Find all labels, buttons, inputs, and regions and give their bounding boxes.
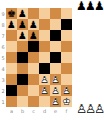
square-c9[interactable] xyxy=(28,8,39,19)
square-a9[interactable]: ♚ xyxy=(6,8,17,19)
square-c6[interactable] xyxy=(28,41,39,52)
captured-black-pawn-icon: ♟ xyxy=(94,0,103,13)
square-a6[interactable] xyxy=(6,41,17,52)
square-b2[interactable] xyxy=(17,85,28,96)
square-c8[interactable]: ♟ xyxy=(28,19,39,30)
square-c1[interactable] xyxy=(28,96,39,107)
white-pawn[interactable]: ♙ xyxy=(39,85,50,96)
square-d1[interactable] xyxy=(39,96,50,107)
square-d8[interactable] xyxy=(39,19,50,30)
captured-white-pawn-icon: ♙ xyxy=(76,103,85,116)
white-pawn[interactable]: ♙ xyxy=(50,74,61,85)
square-d4[interactable] xyxy=(39,63,50,74)
square-b8[interactable]: ♟ xyxy=(17,19,28,30)
black-pawn[interactable]: ♟ xyxy=(28,19,39,30)
square-a8[interactable]: ♟ xyxy=(6,19,17,30)
square-f6[interactable] xyxy=(61,41,72,52)
square-d5[interactable] xyxy=(39,52,50,63)
file-label-e: e xyxy=(50,108,61,114)
square-b1[interactable] xyxy=(17,96,28,107)
file-label-a: a xyxy=(6,108,17,114)
square-c3[interactable] xyxy=(28,74,39,85)
black-pawn[interactable]: ♟ xyxy=(6,19,17,30)
square-e9[interactable] xyxy=(50,8,61,19)
captured-white-pawn-icon: ♙ xyxy=(85,103,94,116)
square-b5[interactable] xyxy=(17,52,28,63)
square-f7[interactable] xyxy=(61,30,72,41)
square-a7[interactable] xyxy=(6,30,17,41)
white-pawn[interactable]: ♙ xyxy=(61,85,72,96)
black-pawn[interactable]: ♟ xyxy=(28,30,39,41)
square-f5[interactable] xyxy=(61,52,72,63)
white-pawn[interactable]: ♙ xyxy=(50,96,61,107)
square-a3[interactable] xyxy=(6,74,17,85)
file-label-f: f xyxy=(61,108,72,114)
square-e4[interactable] xyxy=(50,63,61,74)
square-c4[interactable] xyxy=(28,63,39,74)
black-pawn[interactable]: ♟ xyxy=(17,8,28,19)
square-b4[interactable] xyxy=(17,63,28,74)
square-f1[interactable]: ♚♔ xyxy=(61,96,72,107)
square-d6[interactable] xyxy=(39,41,50,52)
puzzle-page: 987654321 ♚♟♟♟♟♟♟♟♙♟♙♟♙♟♙♟♙♟♙♚♔ abcdef ♟… xyxy=(0,0,104,120)
captured-white-pawn-tray: ♙ ♙ ♙ xyxy=(76,103,103,116)
square-c7[interactable]: ♟ xyxy=(28,30,39,41)
black-pawn[interactable]: ♟ xyxy=(17,19,28,30)
square-e6[interactable] xyxy=(50,41,61,52)
square-b6[interactable] xyxy=(17,41,28,52)
file-label-c: c xyxy=(28,108,39,114)
square-d3[interactable]: ♟♙ xyxy=(39,74,50,85)
square-e7[interactable] xyxy=(50,30,61,41)
square-f2[interactable]: ♟♙ xyxy=(61,85,72,96)
square-e3[interactable]: ♟♙ xyxy=(50,74,61,85)
square-b3[interactable] xyxy=(17,74,28,85)
square-d7[interactable] xyxy=(39,30,50,41)
square-d9[interactable] xyxy=(39,8,50,19)
square-a5[interactable] xyxy=(6,52,17,63)
file-label-d: d xyxy=(39,108,50,114)
file-labels: abcdef xyxy=(6,108,72,114)
square-e5[interactable] xyxy=(50,52,61,63)
square-f9[interactable] xyxy=(61,8,72,19)
board: ♚♟♟♟♟♟♟♟♙♟♙♟♙♟♙♟♙♟♙♚♔ xyxy=(6,8,72,107)
square-f3[interactable] xyxy=(61,74,72,85)
square-e8[interactable] xyxy=(50,19,61,30)
square-a2[interactable] xyxy=(6,85,17,96)
square-a1[interactable] xyxy=(6,96,17,107)
black-king[interactable]: ♚ xyxy=(6,8,17,19)
square-b9[interactable]: ♟ xyxy=(17,8,28,19)
square-e2[interactable]: ♟♙ xyxy=(50,85,61,96)
square-c2[interactable] xyxy=(28,85,39,96)
square-b7[interactable]: ♟ xyxy=(17,30,28,41)
square-a4[interactable] xyxy=(6,63,17,74)
black-pawn[interactable]: ♟ xyxy=(17,30,28,41)
square-d2[interactable]: ♟♙ xyxy=(39,85,50,96)
captured-black-pawn-icon: ♟ xyxy=(85,0,94,13)
square-e1[interactable]: ♟♙ xyxy=(50,96,61,107)
captured-white-pawn-icon: ♙ xyxy=(94,103,103,116)
square-c5[interactable] xyxy=(28,52,39,63)
white-pawn[interactable]: ♙ xyxy=(50,85,61,96)
captured-black-pawn-icon: ♟ xyxy=(76,0,85,13)
square-f8[interactable] xyxy=(61,19,72,30)
captured-black-pawn-tray: ♟ ♟ ♟ xyxy=(76,0,103,13)
file-label-b: b xyxy=(17,108,28,114)
white-pawn[interactable]: ♙ xyxy=(39,74,50,85)
white-king[interactable]: ♔ xyxy=(61,96,72,107)
square-f4[interactable] xyxy=(61,63,72,74)
